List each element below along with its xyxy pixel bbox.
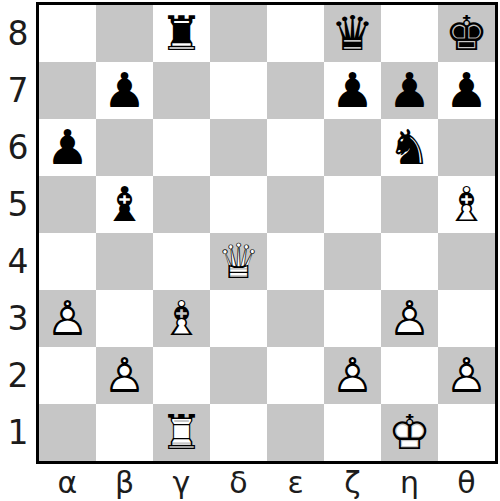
square-θ8[interactable]: ♚ — [438, 5, 495, 62]
black-knight-piece: ♞ — [381, 119, 438, 176]
square-α1[interactable] — [39, 404, 96, 461]
black-pawn-piece: ♟ — [96, 62, 153, 119]
square-δ1[interactable] — [210, 404, 267, 461]
square-ζ4[interactable] — [324, 233, 381, 290]
white-king-piece: ♚♔ — [381, 404, 438, 461]
square-α2[interactable] — [39, 347, 96, 404]
rank-label-6: 6 — [0, 119, 36, 176]
square-η5[interactable] — [381, 176, 438, 233]
rank-label-5: 5 — [0, 176, 36, 233]
black-pawn-piece: ♟ — [438, 62, 495, 119]
black-queen-piece: ♛ — [324, 5, 381, 62]
square-ζ7[interactable]: ♟ — [324, 62, 381, 119]
square-γ1[interactable]: ♜♖ — [153, 404, 210, 461]
square-γ8[interactable]: ♜ — [153, 5, 210, 62]
rank-label-1: 1 — [0, 404, 36, 461]
square-δ5[interactable] — [210, 176, 267, 233]
square-θ5[interactable]: ♝♗ — [438, 176, 495, 233]
rank-label-7: 7 — [0, 62, 36, 119]
white-pawn-piece: ♟♙ — [96, 347, 153, 404]
square-γ2[interactable] — [153, 347, 210, 404]
square-α5[interactable] — [39, 176, 96, 233]
square-β8[interactable] — [96, 5, 153, 62]
square-δ6[interactable] — [210, 119, 267, 176]
black-pawn-piece: ♟ — [324, 62, 381, 119]
file-labels: αβγδεζηθ — [39, 464, 495, 500]
square-θ1[interactable] — [438, 404, 495, 461]
white-queen-piece: ♛♕ — [210, 233, 267, 290]
white-pawn-piece: ♟♙ — [324, 347, 381, 404]
square-ζ3[interactable] — [324, 290, 381, 347]
square-θ2[interactable]: ♟♙ — [438, 347, 495, 404]
square-ε5[interactable] — [267, 176, 324, 233]
chess-diagram: 87654321 ♜♛♚♟♟♟♟♟♞♝♝♗♛♕♟♙♝♗♟♙♟♙♟♙♟♙♜♖♚♔ … — [0, 0, 500, 501]
square-β6[interactable] — [96, 119, 153, 176]
square-η6[interactable]: ♞ — [381, 119, 438, 176]
square-ζ2[interactable]: ♟♙ — [324, 347, 381, 404]
square-δ7[interactable] — [210, 62, 267, 119]
white-pawn-piece: ♟♙ — [438, 347, 495, 404]
square-γ7[interactable] — [153, 62, 210, 119]
square-α7[interactable] — [39, 62, 96, 119]
square-η4[interactable] — [381, 233, 438, 290]
white-bishop-piece: ♝♗ — [153, 290, 210, 347]
file-label-β: β — [96, 464, 153, 500]
square-β7[interactable]: ♟ — [96, 62, 153, 119]
square-β4[interactable] — [96, 233, 153, 290]
square-δ4[interactable]: ♛♕ — [210, 233, 267, 290]
square-ε8[interactable] — [267, 5, 324, 62]
square-θ6[interactable] — [438, 119, 495, 176]
white-bishop-piece: ♝♗ — [438, 176, 495, 233]
square-η1[interactable]: ♚♔ — [381, 404, 438, 461]
square-γ3[interactable]: ♝♗ — [153, 290, 210, 347]
black-king-piece: ♚ — [438, 5, 495, 62]
square-ζ5[interactable] — [324, 176, 381, 233]
square-ε4[interactable] — [267, 233, 324, 290]
square-α3[interactable]: ♟♙ — [39, 290, 96, 347]
square-η3[interactable]: ♟♙ — [381, 290, 438, 347]
rank-label-3: 3 — [0, 290, 36, 347]
square-β5[interactable]: ♝ — [96, 176, 153, 233]
board: ♜♛♚♟♟♟♟♟♞♝♝♗♛♕♟♙♝♗♟♙♟♙♟♙♟♙♜♖♚♔ — [36, 2, 498, 464]
square-ε6[interactable] — [267, 119, 324, 176]
rank-label-4: 4 — [0, 233, 36, 290]
square-ζ8[interactable]: ♛ — [324, 5, 381, 62]
rank-labels: 87654321 — [0, 5, 36, 461]
rank-label-8: 8 — [0, 5, 36, 62]
square-ε2[interactable] — [267, 347, 324, 404]
square-ε7[interactable] — [267, 62, 324, 119]
white-pawn-piece: ♟♙ — [39, 290, 96, 347]
file-label-η: η — [381, 464, 438, 500]
black-pawn-piece: ♟ — [39, 119, 96, 176]
square-ζ6[interactable] — [324, 119, 381, 176]
square-δ2[interactable] — [210, 347, 267, 404]
black-pawn-piece: ♟ — [381, 62, 438, 119]
square-α8[interactable] — [39, 5, 96, 62]
square-ε3[interactable] — [267, 290, 324, 347]
square-δ8[interactable] — [210, 5, 267, 62]
square-η8[interactable] — [381, 5, 438, 62]
square-ε1[interactable] — [267, 404, 324, 461]
file-label-ε: ε — [267, 464, 324, 500]
square-γ6[interactable] — [153, 119, 210, 176]
rank-label-2: 2 — [0, 347, 36, 404]
square-α6[interactable]: ♟ — [39, 119, 96, 176]
black-bishop-piece: ♝ — [96, 176, 153, 233]
square-β2[interactable]: ♟♙ — [96, 347, 153, 404]
file-label-γ: γ — [153, 464, 210, 500]
square-η2[interactable] — [381, 347, 438, 404]
file-label-ζ: ζ — [324, 464, 381, 500]
file-label-δ: δ — [210, 464, 267, 500]
square-ζ1[interactable] — [324, 404, 381, 461]
square-η7[interactable]: ♟ — [381, 62, 438, 119]
square-γ4[interactable] — [153, 233, 210, 290]
square-θ7[interactable]: ♟ — [438, 62, 495, 119]
square-θ4[interactable] — [438, 233, 495, 290]
white-rook-piece: ♜♖ — [153, 404, 210, 461]
file-label-θ: θ — [438, 464, 495, 500]
file-label-α: α — [39, 464, 96, 500]
white-pawn-piece: ♟♙ — [381, 290, 438, 347]
square-β1[interactable] — [96, 404, 153, 461]
black-rook-piece: ♜ — [153, 5, 210, 62]
square-α4[interactable] — [39, 233, 96, 290]
square-β3[interactable] — [96, 290, 153, 347]
square-γ5[interactable] — [153, 176, 210, 233]
square-δ3[interactable] — [210, 290, 267, 347]
square-θ3[interactable] — [438, 290, 495, 347]
